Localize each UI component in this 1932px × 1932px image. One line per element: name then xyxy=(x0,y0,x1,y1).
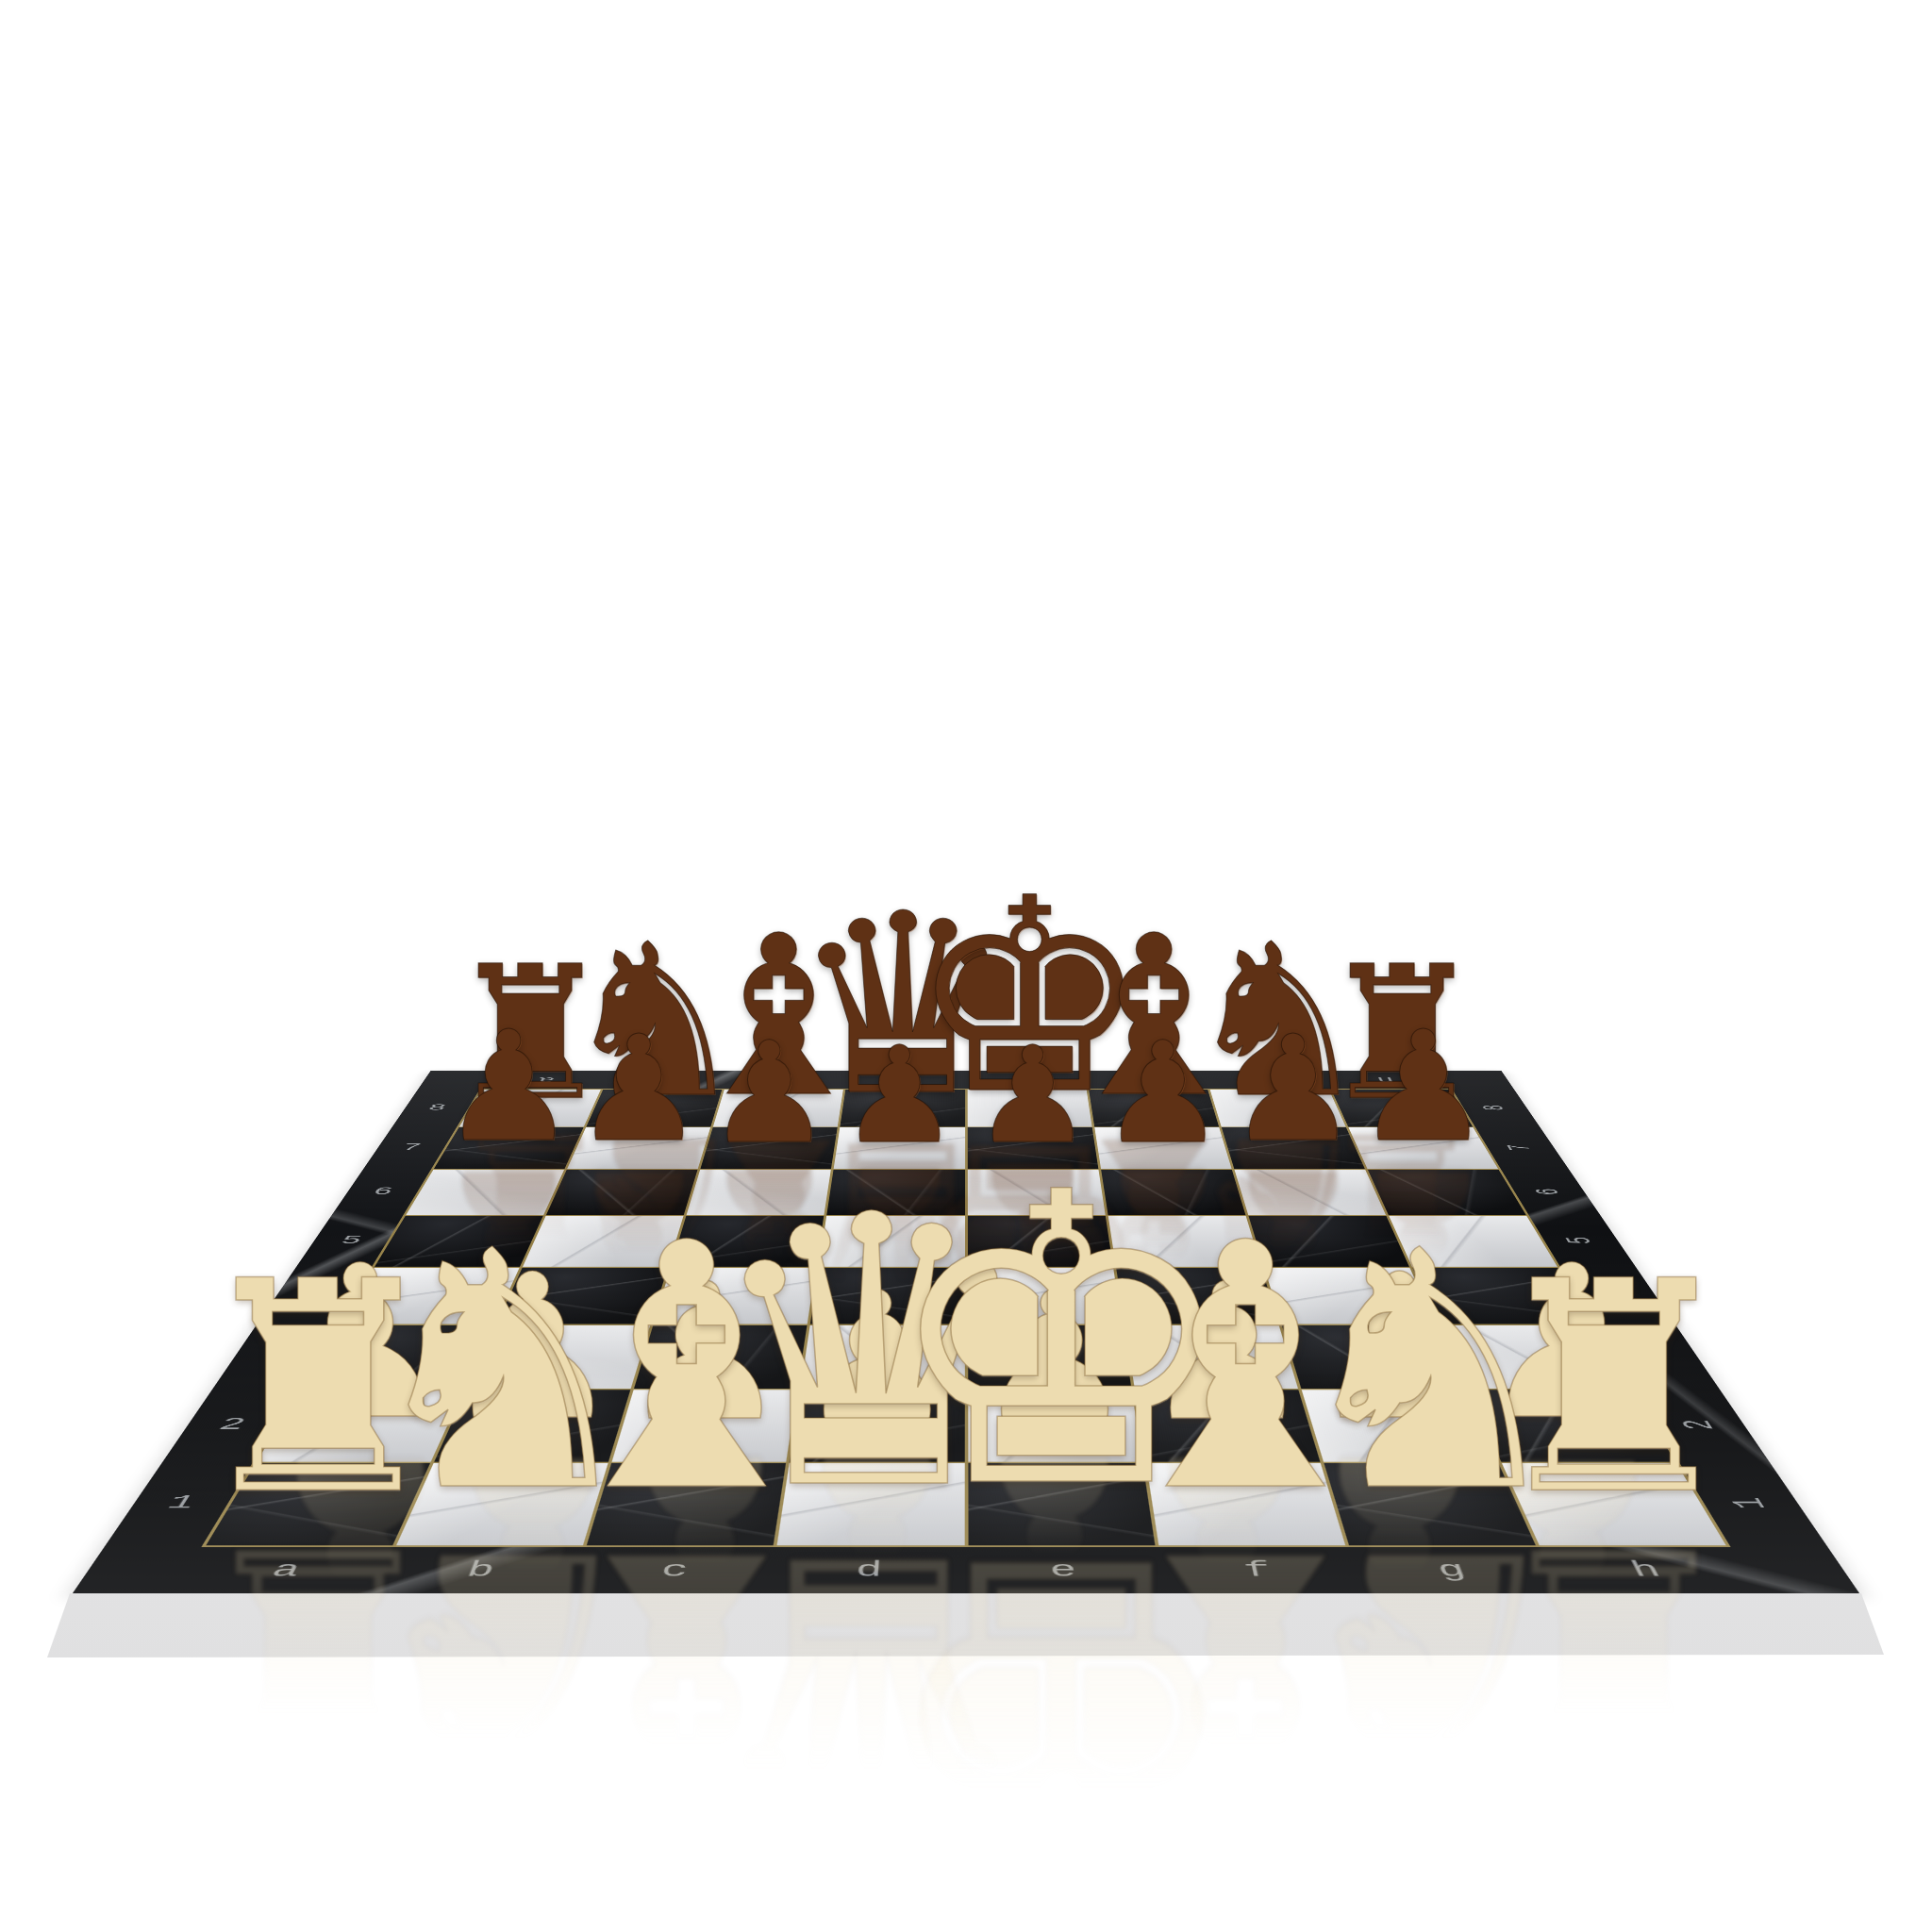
square-b2 xyxy=(434,1390,630,1461)
square-e6 xyxy=(967,1170,1105,1215)
square-d7 xyxy=(834,1127,965,1169)
square-e7 xyxy=(967,1127,1098,1169)
rank-label-left-2: 2 xyxy=(214,1416,249,1433)
square-h2 xyxy=(1468,1390,1675,1461)
square-f8 xyxy=(1089,1090,1219,1127)
square-g3 xyxy=(1282,1325,1465,1389)
board-grid xyxy=(201,1089,1730,1547)
square-a6 xyxy=(406,1170,564,1215)
square-a8 xyxy=(459,1090,601,1127)
file-label-back-g: g xyxy=(1256,1075,1275,1084)
square-h4 xyxy=(1412,1268,1591,1324)
square-c6 xyxy=(687,1170,831,1215)
square-c1 xyxy=(587,1463,786,1545)
square-h3 xyxy=(1439,1325,1631,1389)
square-e3 xyxy=(968,1325,1131,1389)
square-f6 xyxy=(1101,1170,1245,1215)
rank-label-left-3: 3 xyxy=(260,1348,292,1363)
rank-label-left-1: 1 xyxy=(162,1493,200,1512)
square-a1 xyxy=(206,1463,430,1545)
square-g1 xyxy=(1324,1463,1536,1545)
square-c3 xyxy=(634,1325,808,1389)
square-f7 xyxy=(1094,1127,1231,1169)
square-f2 xyxy=(1135,1390,1321,1461)
rank-label-left-7: 7 xyxy=(399,1143,424,1153)
square-d2 xyxy=(790,1390,964,1461)
chess-product-photo: aabbccddeeffgghh1122334455667788 ♜♜♞♞♝♝♛… xyxy=(0,0,1932,1932)
file-label-front-h: h xyxy=(1627,1560,1665,1582)
rank-label-right-6: 6 xyxy=(1532,1189,1568,1195)
square-c5 xyxy=(671,1216,824,1267)
rank-label-left-5: 5 xyxy=(337,1235,364,1246)
square-d5 xyxy=(819,1216,964,1267)
square-c4 xyxy=(654,1268,816,1324)
file-label-front-d: d xyxy=(855,1560,883,1582)
rank-label-right-7: 7 xyxy=(1505,1145,1539,1151)
square-b4 xyxy=(497,1268,668,1324)
square-a3 xyxy=(301,1325,493,1389)
square-h8 xyxy=(1331,1090,1473,1127)
file-label-back-f: f xyxy=(1137,1075,1155,1084)
square-h5 xyxy=(1389,1216,1557,1267)
rank-label-left-8: 8 xyxy=(425,1104,448,1112)
square-h7 xyxy=(1348,1127,1498,1169)
square-a7 xyxy=(434,1127,584,1169)
square-b3 xyxy=(468,1325,651,1389)
square-g4 xyxy=(1264,1268,1435,1324)
square-b8 xyxy=(586,1090,722,1127)
square-a4 xyxy=(340,1268,519,1324)
square-b7 xyxy=(567,1127,710,1169)
square-c8 xyxy=(713,1090,843,1127)
square-g5 xyxy=(1248,1216,1408,1267)
square-e1 xyxy=(968,1463,1155,1545)
rank-label-right-5: 5 xyxy=(1562,1237,1600,1243)
square-f1 xyxy=(1145,1463,1344,1545)
chess-board: aabbccddeeffgghh1122334455667788 xyxy=(72,1071,1860,1594)
square-e5 xyxy=(967,1216,1112,1267)
file-label-back-c: c xyxy=(777,1075,795,1084)
rank-label-left-4: 4 xyxy=(301,1289,330,1302)
file-label-back-d: d xyxy=(897,1075,914,1084)
perspective-wrapper: aabbccddeeffgghh1122334455667788 xyxy=(296,597,1636,1932)
file-label-front-a: a xyxy=(267,1560,305,1582)
square-h6 xyxy=(1368,1170,1526,1215)
square-g2 xyxy=(1301,1390,1497,1461)
square-f5 xyxy=(1108,1216,1260,1267)
file-label-front-f: f xyxy=(1241,1560,1273,1582)
square-f3 xyxy=(1124,1325,1298,1389)
square-a5 xyxy=(375,1216,542,1267)
rank-label-left-6: 6 xyxy=(370,1187,395,1197)
rank-label-right-8: 8 xyxy=(1479,1106,1511,1111)
square-g8 xyxy=(1209,1090,1345,1127)
square-e2 xyxy=(968,1390,1142,1461)
file-label-front-b: b xyxy=(463,1560,498,1582)
square-a2 xyxy=(257,1390,464,1461)
square-e8 xyxy=(967,1090,1091,1127)
square-d6 xyxy=(827,1170,965,1215)
square-b6 xyxy=(546,1170,698,1215)
rank-label-right-3: 3 xyxy=(1634,1352,1676,1360)
rank-label-right-2: 2 xyxy=(1677,1420,1724,1430)
rank-label-right-4: 4 xyxy=(1596,1291,1636,1298)
square-d3 xyxy=(801,1325,964,1389)
file-label-front-c: c xyxy=(658,1560,690,1582)
file-label-front-e: e xyxy=(1049,1560,1077,1582)
file-label-front-g: g xyxy=(1435,1560,1470,1582)
square-b5 xyxy=(523,1216,683,1267)
square-e4 xyxy=(968,1268,1122,1324)
square-d8 xyxy=(841,1090,965,1127)
rank-label-right-1: 1 xyxy=(1726,1497,1776,1508)
square-d4 xyxy=(810,1268,964,1324)
square-c2 xyxy=(612,1390,798,1461)
file-label-back-h: h xyxy=(1375,1075,1396,1084)
square-b1 xyxy=(396,1463,608,1545)
square-h1 xyxy=(1502,1463,1726,1545)
square-g7 xyxy=(1222,1127,1365,1169)
square-c7 xyxy=(701,1127,838,1169)
square-f4 xyxy=(1116,1268,1278,1324)
file-label-back-e: e xyxy=(1017,1075,1034,1084)
square-g6 xyxy=(1234,1170,1386,1215)
file-label-back-a: a xyxy=(536,1075,557,1084)
square-d1 xyxy=(777,1463,964,1545)
file-label-back-b: b xyxy=(657,1075,676,1084)
